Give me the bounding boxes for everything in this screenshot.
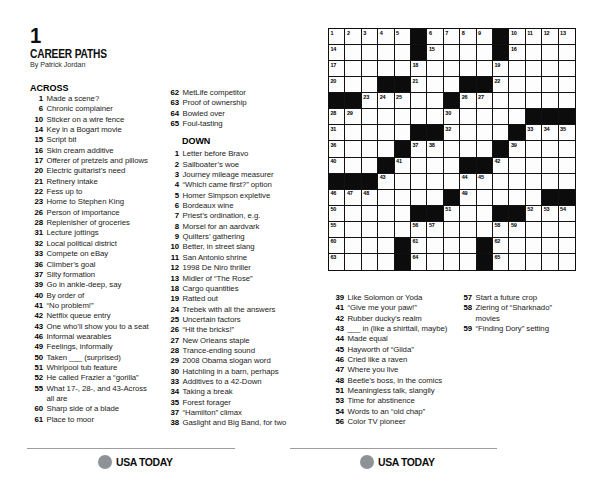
- grid-cell-r7c4[interactable]: [378, 125, 394, 141]
- cell-number: 41: [396, 158, 402, 164]
- across-clue-63: 63Proof of ownership: [166, 98, 288, 108]
- across-clue-36: 36Climber’s goal: [30, 260, 156, 270]
- grid-block-r9c10: [477, 158, 493, 174]
- grid-cell-r6c2[interactable]: 29: [345, 109, 361, 125]
- grid-cell-r1c12[interactable]: 10: [509, 29, 525, 45]
- clue-text: Bowled over: [183, 109, 289, 119]
- grid-cell-r6c11[interactable]: [493, 109, 509, 125]
- down-clue-39: 39Like Solomon or Yoda: [331, 293, 459, 303]
- grid-cell-r6c6[interactable]: [411, 109, 427, 125]
- cell-number: 4: [380, 30, 383, 36]
- grid-cell-r11c10[interactable]: [477, 190, 493, 206]
- grid-cell-r2c12[interactable]: 16: [509, 45, 525, 61]
- grid-cell-r8c14[interactable]: [542, 141, 558, 157]
- grid-cell-r6c3[interactable]: [362, 109, 378, 125]
- clue-text: Midler of “The Rose”: [183, 274, 289, 284]
- clue-number: 12: [166, 263, 179, 273]
- grid-cell-r3c5[interactable]: [395, 61, 411, 77]
- clue-text: Color TV pioneer: [348, 417, 460, 427]
- down-clue-48: 48Beetle’s boss, in the comics: [331, 376, 459, 386]
- down-clue-57: 57Start a future crop: [459, 293, 571, 303]
- clue-number: 37: [30, 270, 43, 280]
- grid-cell-r1c14[interactable]: 12: [542, 29, 558, 45]
- down-clue-11: 11San Antonio shrine: [166, 253, 288, 263]
- grid-cell-r11c3[interactable]: 48: [362, 190, 378, 206]
- grid-cell-r11c9[interactable]: 49: [460, 190, 476, 206]
- down-clue-25: 25Uncertain factors: [166, 315, 288, 325]
- clue-number: 38: [166, 418, 179, 428]
- grid-cell-r1c3[interactable]: 3: [362, 29, 378, 45]
- grid-cell-r5c6[interactable]: [411, 93, 427, 109]
- grid-cell-r5c9[interactable]: 26: [460, 93, 476, 109]
- grid-cell-r10c9[interactable]: 44: [460, 174, 476, 190]
- down-clue-26: 26“Hit the bricks!”: [166, 325, 288, 335]
- grid-cell-r2c13[interactable]: [526, 45, 542, 61]
- grid-cell-r3c1[interactable]: 17: [329, 61, 345, 77]
- grid-cell-r10c11[interactable]: [493, 174, 509, 190]
- grid-cell-r9c5[interactable]: 41: [395, 158, 411, 174]
- down-clue-8: 8Morsel for an aardvark: [166, 222, 288, 232]
- grid-cell-r8c8[interactable]: [444, 141, 460, 157]
- usa-today-wordmark: USA TODAY: [378, 456, 435, 468]
- grid-cell-r11c2[interactable]: 47: [345, 190, 361, 206]
- grid-cell-r3c11[interactable]: 19: [493, 61, 509, 77]
- clue-text: Gaslight and Big Band, for two: [183, 418, 289, 428]
- grid-block-r11c15: [559, 190, 575, 206]
- grid-cell-r1c10[interactable]: 9: [477, 29, 493, 45]
- grid-cell-r12c5[interactable]: [395, 206, 411, 222]
- grid-cell-r12c3[interactable]: [362, 206, 378, 222]
- clue-number: 18: [166, 284, 179, 294]
- grid-cell-r9c15[interactable]: [559, 158, 575, 174]
- grid-cell-r5c15[interactable]: [559, 93, 575, 109]
- grid-cell-r14c13[interactable]: [526, 238, 542, 254]
- grid-cell-r2c8[interactable]: [444, 45, 460, 61]
- grid-cell-r9c1[interactable]: 40: [329, 158, 345, 174]
- grid-block-r1c6: [411, 29, 427, 45]
- cell-number: 48: [363, 190, 369, 196]
- grid-cell-r9c2[interactable]: [345, 158, 361, 174]
- grid-cell-r7c1[interactable]: 31: [329, 125, 345, 141]
- down-clue-56: 56Color TV pioneer: [331, 417, 459, 427]
- grid-cell-r11c12[interactable]: [509, 190, 525, 206]
- grid-cell-r11c11[interactable]: [493, 190, 509, 206]
- down-clue-5: 5Homer Simpson expletive: [166, 191, 288, 201]
- grid-cell-r14c4[interactable]: [378, 238, 394, 254]
- down-clue-19: 19Ratted out: [166, 294, 288, 304]
- clue-number: 27: [166, 336, 179, 346]
- cell-number: 29: [347, 110, 353, 116]
- across-clue-26: 26Person of importance: [30, 208, 156, 218]
- grid-cell-r8c6[interactable]: 37: [411, 141, 427, 157]
- clue-number: 21: [30, 177, 43, 187]
- grid-cell-r7c9[interactable]: [460, 125, 476, 141]
- grid-cell-r3c12[interactable]: [509, 61, 525, 77]
- clue-text: Made a scene?: [47, 94, 157, 104]
- down-clue-6: 6Bordeaux wine: [166, 201, 288, 211]
- grid-cell-r13c14[interactable]: [542, 222, 558, 238]
- grid-cell-r3c10[interactable]: [477, 61, 493, 77]
- clue-number: 39: [30, 280, 43, 290]
- clue-text: Sailboater’s woe: [183, 160, 289, 170]
- grid-cell-r5c7[interactable]: [427, 93, 443, 109]
- grid-cell-r4c14[interactable]: [542, 77, 558, 93]
- down-clue-42: 42Rubber ducky’s realm: [331, 314, 459, 324]
- clue-text: Informal wearables: [47, 332, 157, 342]
- clue-text: Homer Simpson expletive: [183, 191, 289, 201]
- clue-number: 6: [166, 201, 179, 211]
- grid-cell-r9c8[interactable]: [444, 158, 460, 174]
- grid-cell-r9c7[interactable]: [427, 158, 443, 174]
- grid-cell-r13c1[interactable]: 55: [329, 222, 345, 238]
- grid-cell-r4c6[interactable]: 21: [411, 77, 427, 93]
- grid-cell-r11c13[interactable]: [526, 190, 542, 206]
- grid-cell-r4c13[interactable]: [526, 77, 542, 93]
- grid-cell-r2c14[interactable]: [542, 45, 558, 61]
- grid-cell-r6c12[interactable]: [509, 109, 525, 125]
- grid-block-r5c8: [444, 93, 460, 109]
- clue-number: 60: [30, 404, 43, 414]
- grid-cell-r9c13[interactable]: [526, 158, 542, 174]
- puzzle-byline: By Patrick Jordan: [30, 60, 85, 69]
- down-clue-47: 47Where you live: [331, 365, 459, 375]
- grid-cell-r10c14[interactable]: [542, 174, 558, 190]
- grid-cell-r15c7[interactable]: [427, 254, 443, 270]
- grid-cell-r2c15[interactable]: [559, 45, 575, 61]
- grid-cell-r5c14[interactable]: [542, 93, 558, 109]
- grid-cell-r8c7[interactable]: 38: [427, 141, 443, 157]
- clue-text: Proof of ownership: [183, 98, 289, 108]
- grid-cell-r15c3[interactable]: [362, 254, 378, 270]
- cell-number: 11: [527, 30, 532, 36]
- grid-cell-r7c15[interactable]: 35: [559, 125, 575, 141]
- grid-block-r14c10: [477, 238, 493, 254]
- grid-cell-r14c8[interactable]: [444, 238, 460, 254]
- grid-cell-r8c12[interactable]: 39: [509, 141, 525, 157]
- grid-cell-r2c5[interactable]: [395, 45, 411, 61]
- clue-number: 42: [331, 314, 344, 324]
- grid-cell-r14c1[interactable]: 60: [329, 238, 345, 254]
- down-clue-54: 54Words to an “old chap”: [331, 407, 459, 417]
- grid-cell-r13c5[interactable]: [395, 222, 411, 238]
- grid-cell-r1c5[interactable]: 5: [395, 29, 411, 45]
- grid-cell-r3c13[interactable]: [526, 61, 542, 77]
- grid-cell-r8c1[interactable]: 36: [329, 141, 345, 157]
- grid-cell-r2c9[interactable]: [460, 45, 476, 61]
- across-clue-60: 60Sharp side of a blade: [30, 404, 156, 414]
- grid-block-r14c5: [395, 238, 411, 254]
- grid-block-r6c15: [559, 109, 575, 125]
- grid-cell-r13c8[interactable]: [444, 222, 460, 238]
- grid-cell-r11c4[interactable]: [378, 190, 394, 206]
- grid-cell-r12c9[interactable]: [460, 206, 476, 222]
- clue-number: 10: [166, 242, 179, 252]
- grid-cell-r2c3[interactable]: [362, 45, 378, 61]
- grid-block-r1c11: [493, 29, 509, 45]
- clue-number: 46: [331, 355, 344, 365]
- grid-cell-r5c4[interactable]: 24: [378, 93, 394, 109]
- grid-cell-r15c12[interactable]: [509, 254, 525, 270]
- down-clue-3: 3Journey mileage measurer: [166, 170, 288, 180]
- across-header: ACROSS: [30, 83, 69, 93]
- clue-number: 48: [331, 376, 344, 386]
- grid-cell-r4c1[interactable]: 20: [329, 77, 345, 93]
- clue-number: 42: [30, 311, 43, 321]
- down-clue-46: 46Cried like a raven: [331, 355, 459, 365]
- grid-cell-r7c14[interactable]: 34: [542, 125, 558, 141]
- grid-cell-r7c13[interactable]: 33: [526, 125, 542, 141]
- clue-text: Taken ___ (surprised): [47, 353, 157, 363]
- grid-cell-r13c12[interactable]: 59: [509, 222, 525, 238]
- grid-cell-r3c15[interactable]: [559, 61, 575, 77]
- clue-text: Time for abstinence: [348, 396, 460, 406]
- grid-cell-r4c2[interactable]: [345, 77, 361, 93]
- puzzle-title: CAREER PATHS: [30, 47, 107, 61]
- grid-cell-r5c11[interactable]: [493, 93, 509, 109]
- grid-cell-r2c1[interactable]: 14: [329, 45, 345, 61]
- grid-cell-r11c5[interactable]: [395, 190, 411, 206]
- grid-cell-r6c9[interactable]: [460, 109, 476, 125]
- grid-cell-r9c6[interactable]: [411, 158, 427, 174]
- grid-cell-r12c2[interactable]: [345, 206, 361, 222]
- grid-cell-r1c7[interactable]: 6: [427, 29, 443, 45]
- cell-number: 13: [560, 30, 566, 36]
- grid-cell-r2c2[interactable]: [345, 45, 361, 61]
- grid-cell-r3c14[interactable]: [542, 61, 558, 77]
- cell-number: 49: [462, 190, 468, 196]
- grid-cell-r9c14[interactable]: [542, 158, 558, 174]
- usa-today-logo-left: USA TODAY: [98, 455, 176, 469]
- down-clue-38: 38Gaslight and Big Band, for two: [166, 418, 288, 428]
- grid-cell-r9c11[interactable]: 42: [493, 158, 509, 174]
- grid-cell-r8c3[interactable]: [362, 141, 378, 157]
- grid-cell-r13c6[interactable]: 56: [411, 222, 427, 238]
- grid-cell-r3c2[interactable]: [345, 61, 361, 77]
- grid-cell-r8c13[interactable]: [526, 141, 542, 157]
- clue-text: One who’ll show you to a seat: [47, 322, 157, 332]
- clue-text: Trebek with all the answers: [183, 305, 289, 315]
- grid-cell-r13c13[interactable]: [526, 222, 542, 238]
- cell-number: 36: [331, 142, 337, 148]
- down-clue-10: 10Better, in street slang: [166, 242, 288, 252]
- clue-text: Skin cream additive: [47, 146, 157, 156]
- grid-cell-r6c7[interactable]: [427, 109, 443, 125]
- grid-cell-r3c4[interactable]: [378, 61, 394, 77]
- clue-number: 64: [166, 109, 179, 119]
- grid-cell-r13c3[interactable]: [362, 222, 378, 238]
- grid-cell-r5c10[interactable]: 27: [477, 93, 493, 109]
- grid-cell-r1c2[interactable]: 2: [345, 29, 361, 45]
- grid-block-r8c11: [493, 141, 509, 157]
- grid-block-r9c9: [460, 158, 476, 174]
- grid-cell-r3c8[interactable]: [444, 61, 460, 77]
- across-clue-40: 40By order of: [30, 291, 156, 301]
- grid-cell-r8c15[interactable]: [559, 141, 575, 157]
- grid-cell-r8c2[interactable]: [345, 141, 361, 157]
- grid-cell-r8c10[interactable]: [477, 141, 493, 157]
- grid-cell-r2c10[interactable]: [477, 45, 493, 61]
- clue-text: Silty formation: [47, 270, 157, 280]
- grid-cell-r7c11[interactable]: [493, 125, 509, 141]
- grid-cell-r12c8[interactable]: 51: [444, 206, 460, 222]
- grid-cell-r6c4[interactable]: [378, 109, 394, 125]
- grid-cell-r1c8[interactable]: 7: [444, 29, 460, 45]
- grid-cell-r10c15[interactable]: [559, 174, 575, 190]
- down-clue-28: 28Trance-ending sound: [166, 346, 288, 356]
- across-clue-65: 65Foul-tasting: [166, 119, 288, 129]
- grid-cell-r10c6[interactable]: [411, 174, 427, 190]
- cell-number: 20: [331, 78, 337, 84]
- grid-cell-r5c12[interactable]: [509, 93, 525, 109]
- grid-cell-r12c1[interactable]: 50: [329, 206, 345, 222]
- grid-cell-r4c3[interactable]: [362, 77, 378, 93]
- grid-cell-r13c15[interactable]: [559, 222, 575, 238]
- down-clue-12: 121998 De Niro thriller: [166, 263, 288, 273]
- grid-block-r8c5: [395, 141, 411, 157]
- clue-number: 16: [30, 146, 43, 156]
- grid-cell-r13c11[interactable]: 58: [493, 222, 509, 238]
- cell-number: 55: [331, 222, 337, 228]
- grid-cell-r1c1[interactable]: 1: [329, 29, 345, 45]
- grid-cell-r9c12[interactable]: [509, 158, 525, 174]
- across-clue-14: 14Key in a Bogart movie: [30, 125, 156, 135]
- grid-block-r9c4: [378, 158, 394, 174]
- grid-cell-r4c15[interactable]: [559, 77, 575, 93]
- across-clue-41: 41“No problem!”: [30, 301, 156, 311]
- clue-number: 25: [166, 315, 179, 325]
- grid-cell-r15c9[interactable]: [460, 254, 476, 270]
- grid-cell-r1c4[interactable]: 4: [378, 29, 394, 45]
- grid-cell-r7c2[interactable]: [345, 125, 361, 141]
- grid-cell-r2c4[interactable]: [378, 45, 394, 61]
- clue-text: Uncertain factors: [183, 315, 289, 325]
- grid-cell-r10c4[interactable]: 43: [378, 174, 394, 190]
- grid-cell-r6c8[interactable]: 30: [444, 109, 460, 125]
- grid-cell-r14c9[interactable]: [460, 238, 476, 254]
- cell-number: 35: [560, 126, 566, 132]
- grid-cell-r14c14[interactable]: [542, 238, 558, 254]
- clue-text: Beetle’s boss, in the comics: [348, 376, 460, 386]
- clue-number: 43: [331, 324, 344, 334]
- down-clue-43: 43___ in (like a shirttail, maybe): [331, 324, 459, 334]
- grid-cell-r7c10[interactable]: [477, 125, 493, 141]
- clue-text: By order of: [47, 291, 157, 301]
- grid-cell-r3c9[interactable]: [460, 61, 476, 77]
- grid-cell-r14c3[interactable]: [362, 238, 378, 254]
- clue-number: 34: [166, 387, 179, 397]
- grid-cell-r11c6[interactable]: [411, 190, 427, 206]
- grid-cell-r15c11[interactable]: 65: [493, 254, 509, 270]
- grid-cell-r14c2[interactable]: [345, 238, 361, 254]
- grid-cell-r5c5[interactable]: 25: [395, 93, 411, 109]
- across-clue-61: 61Place to moor: [30, 415, 156, 425]
- grid-cell-r10c12[interactable]: [509, 174, 525, 190]
- grid-cell-r5c13[interactable]: [526, 93, 542, 109]
- grid-cell-r12c10[interactable]: [477, 206, 493, 222]
- grid-cell-r13c2[interactable]: [345, 222, 361, 238]
- grid-block-r4c5: [395, 77, 411, 93]
- grid-cell-r10c13[interactable]: [526, 174, 542, 190]
- grid-cell-r3c6[interactable]: 18: [411, 61, 427, 77]
- grid-cell-r7c8[interactable]: 32: [444, 125, 460, 141]
- grid-cell-r5c3[interactable]: 23: [362, 93, 378, 109]
- grid-block-r7c6: [411, 125, 427, 141]
- grid-cell-r13c7[interactable]: 57: [427, 222, 443, 238]
- grid-cell-r4c11[interactable]: 22: [493, 77, 509, 93]
- grid-cell-r6c5[interactable]: [395, 109, 411, 125]
- grid-cell-r15c14[interactable]: [542, 254, 558, 270]
- grid-cell-r6c1[interactable]: 28: [329, 109, 345, 125]
- grid-cell-r9c3[interactable]: [362, 158, 378, 174]
- grid-cell-r14c15[interactable]: [559, 238, 575, 254]
- grid-cell-r10c8[interactable]: [444, 174, 460, 190]
- down-clue-30: 30Hatchling in a barn, perhaps: [166, 367, 288, 377]
- grid-cell-r3c3[interactable]: [362, 61, 378, 77]
- clue-text: Start a future crop: [476, 293, 572, 303]
- grid-cell-r14c11[interactable]: 62: [493, 238, 509, 254]
- grid-cell-r4c7[interactable]: [427, 77, 443, 93]
- grid-cell-r14c12[interactable]: [509, 238, 525, 254]
- grid-cell-r10c10[interactable]: 45: [477, 174, 493, 190]
- grid-cell-r12c4[interactable]: [378, 206, 394, 222]
- grid-cell-r3c7[interactable]: [427, 61, 443, 77]
- grid-cell-r14c7[interactable]: [427, 238, 443, 254]
- grid-cell-r15c6[interactable]: 64: [411, 254, 427, 270]
- grid-cell-r11c7[interactable]: [427, 190, 443, 206]
- across-clue-43: 43One who’ll show you to a seat: [30, 322, 156, 332]
- grid-cell-r1c13[interactable]: 11: [526, 29, 542, 45]
- grid-cell-r12c13[interactable]: 52: [526, 206, 542, 222]
- grid-cell-r10c7[interactable]: [427, 174, 443, 190]
- clue-number: 26: [166, 325, 179, 335]
- grid-cell-r1c9[interactable]: 8: [460, 29, 476, 45]
- clue-number: 58: [459, 303, 472, 313]
- grid-cell-r15c1[interactable]: 63: [329, 254, 345, 270]
- grid-cell-r15c8[interactable]: [444, 254, 460, 270]
- grid-cell-r7c3[interactable]: [362, 125, 378, 141]
- grid-cell-r15c15[interactable]: [559, 254, 575, 270]
- grid-cell-r6c10[interactable]: [477, 109, 493, 125]
- grid-cell-r13c10[interactable]: [477, 222, 493, 238]
- grid-cell-r12c15[interactable]: 54: [559, 206, 575, 222]
- page-number: 1: [30, 25, 41, 47]
- grid-cell-r7c5[interactable]: [395, 125, 411, 141]
- grid-cell-r12c14[interactable]: 53: [542, 206, 558, 222]
- grid-cell-r13c4[interactable]: [378, 222, 394, 238]
- grid-cell-r11c1[interactable]: 46: [329, 190, 345, 206]
- grid-cell-r2c7[interactable]: 15: [427, 45, 443, 61]
- grid-cell-r15c2[interactable]: [345, 254, 361, 270]
- grid-cell-r8c4[interactable]: [378, 141, 394, 157]
- grid-cell-r8c9[interactable]: [460, 141, 476, 157]
- grid-cell-r15c4[interactable]: [378, 254, 394, 270]
- grid-cell-r10c5[interactable]: [395, 174, 411, 190]
- grid-cell-r1c15[interactable]: 13: [559, 29, 575, 45]
- down-clue-13: 13Midler of “The Rose”: [166, 274, 288, 284]
- grid-cell-r15c13[interactable]: [526, 254, 542, 270]
- clue-text: Additives to a 42-Down: [183, 377, 289, 387]
- grid-cell-r13c9[interactable]: [460, 222, 476, 238]
- grid-cell-r14c6[interactable]: 61: [411, 238, 427, 254]
- grid-cell-r4c8[interactable]: [444, 77, 460, 93]
- clue-text: Rubber ducky’s realm: [348, 314, 460, 324]
- cell-number: 50: [331, 206, 337, 212]
- grid-cell-r4c12[interactable]: [509, 77, 525, 93]
- clue-text: Cried like a raven: [348, 355, 460, 365]
- clue-number: 45: [331, 345, 344, 355]
- clue-text: Ziering of “Sharknado” movies: [476, 303, 572, 324]
- clue-text: Better, in street slang: [183, 242, 289, 252]
